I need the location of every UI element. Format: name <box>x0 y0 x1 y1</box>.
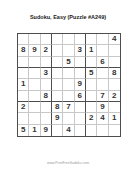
cell-r3c4 <box>52 57 63 68</box>
cell-r6c2 <box>29 91 40 102</box>
cell-r8c5 <box>63 113 74 124</box>
cell-r7c5: 7 <box>63 102 74 113</box>
cell-r4c8 <box>97 68 108 79</box>
cell-r7c9 <box>109 102 120 113</box>
cell-r4c6 <box>75 68 86 79</box>
cell-r4c2 <box>29 68 40 79</box>
cell-r2c2: 9 <box>29 45 40 56</box>
cell-r9c6 <box>75 125 86 136</box>
cell-r3c6 <box>75 57 86 68</box>
cell-r7c1: 2 <box>18 102 29 113</box>
cell-r1c1 <box>18 34 29 45</box>
cell-r1c9: 4 <box>109 34 120 45</box>
cell-r5c6: 9 <box>75 79 86 90</box>
cell-r1c6 <box>75 34 86 45</box>
cell-r4c3: 3 <box>41 68 52 79</box>
cell-r7c7 <box>86 102 97 113</box>
cell-r4c4 <box>52 68 63 79</box>
cell-r6c9: 2 <box>109 91 120 102</box>
cell-r3c2 <box>29 57 40 68</box>
cell-r5c9 <box>109 79 120 90</box>
cell-r2c6: 3 <box>75 45 86 56</box>
cell-r2c3: 2 <box>41 45 52 56</box>
cell-r4c7: 5 <box>86 68 97 79</box>
page-title: Sudoku, Easy (Puzzle #A249) <box>0 14 136 20</box>
cell-r3c3 <box>41 57 52 68</box>
cell-r3c5: 5 <box>63 57 74 68</box>
cell-r6c3: 8 <box>41 91 52 102</box>
cell-r4c5 <box>63 68 74 79</box>
cell-r8c6 <box>75 113 86 124</box>
cell-r9c3: 9 <box>41 125 52 136</box>
cell-r6c4 <box>52 91 63 102</box>
cell-r6c1 <box>18 91 29 102</box>
cell-r8c3 <box>41 113 52 124</box>
cell-r5c7 <box>86 79 97 90</box>
cell-r3c7 <box>86 57 97 68</box>
cell-r1c5 <box>63 34 74 45</box>
cell-r1c2 <box>29 34 40 45</box>
cell-r6c7 <box>86 91 97 102</box>
cell-r8c8: 4 <box>97 113 108 124</box>
cell-r6c6: 6 <box>75 91 86 102</box>
cell-r5c4 <box>52 79 63 90</box>
cell-r9c9 <box>109 125 120 136</box>
cell-r9c7 <box>86 125 97 136</box>
cell-r8c1 <box>18 113 29 124</box>
cell-r5c2 <box>29 79 40 90</box>
cell-r7c4: 8 <box>52 102 63 113</box>
cell-r5c8 <box>97 79 108 90</box>
footer-url: www.PrintFreeSudoku.com <box>0 161 136 165</box>
cell-r8c7: 2 <box>86 113 97 124</box>
cell-r2c4 <box>52 45 63 56</box>
cell-r2c1: 8 <box>18 45 29 56</box>
cell-r1c8 <box>97 34 108 45</box>
cell-r1c3 <box>41 34 52 45</box>
cell-r5c5 <box>63 79 74 90</box>
cell-r6c5 <box>63 91 74 102</box>
cell-r8c9: 1 <box>109 113 120 124</box>
cell-r9c4 <box>52 125 63 136</box>
cell-r6c8: 7 <box>97 91 108 102</box>
cell-r7c3 <box>41 102 52 113</box>
cell-r8c2 <box>29 113 40 124</box>
cell-r1c7 <box>86 34 97 45</box>
cell-r9c2: 1 <box>29 125 40 136</box>
cell-r9c1: 5 <box>18 125 29 136</box>
cell-r8c4: 9 <box>52 113 63 124</box>
cell-r2c5 <box>63 45 74 56</box>
cell-r3c9 <box>109 57 120 68</box>
cell-r3c1 <box>18 57 29 68</box>
cell-r7c2 <box>29 102 40 113</box>
cell-r9c8 <box>97 125 108 136</box>
cell-r4c1 <box>18 68 29 79</box>
cell-r7c6 <box>75 102 86 113</box>
cell-r5c3 <box>41 79 52 90</box>
cell-r9c5: 4 <box>63 125 74 136</box>
cell-r7c8: 9 <box>97 102 108 113</box>
cell-r2c9 <box>109 45 120 56</box>
cell-r2c7: 1 <box>86 45 97 56</box>
cell-r5c1: 1 <box>18 79 29 90</box>
sudoku-grid: 48923156358198672287992415194 <box>17 33 121 137</box>
printable-sudoku-page: { "game": "sudoku", "position": ".......… <box>0 0 136 176</box>
cell-r1c4 <box>52 34 63 45</box>
cell-r4c9: 8 <box>109 68 120 79</box>
cell-r2c8 <box>97 45 108 56</box>
cell-r3c8: 6 <box>97 57 108 68</box>
